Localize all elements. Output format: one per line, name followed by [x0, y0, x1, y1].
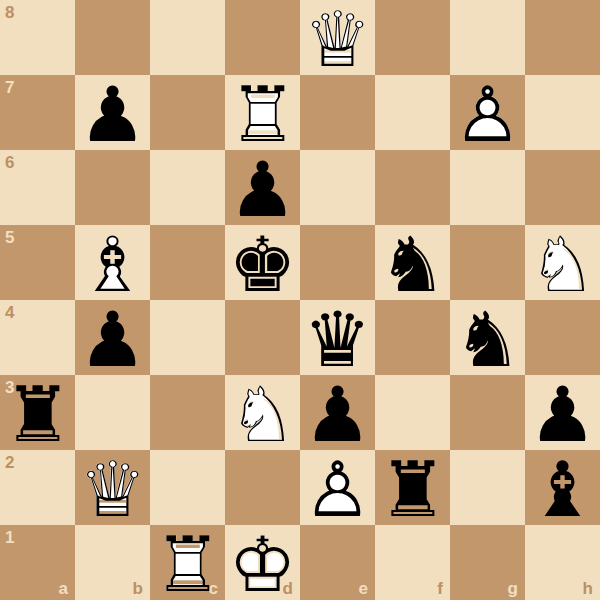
file-label-b: b	[133, 580, 143, 597]
square-a7[interactable]: 7	[0, 75, 75, 150]
square-f8[interactable]	[375, 0, 450, 75]
piece-outline-layer: ♙	[450, 77, 525, 152]
square-h8[interactable]	[525, 0, 600, 75]
piece-white-queen[interactable]: ♛♕	[75, 452, 150, 527]
square-b6[interactable]	[75, 150, 150, 225]
square-g6[interactable]	[450, 150, 525, 225]
square-c3[interactable]	[150, 375, 225, 450]
square-c8[interactable]	[150, 0, 225, 75]
piece-black-pawn[interactable]: ♟	[225, 152, 300, 227]
rank-label-1: 1	[5, 529, 14, 546]
square-e3[interactable]: ♟	[300, 375, 375, 450]
square-g3[interactable]	[450, 375, 525, 450]
square-f2[interactable]: ♜	[375, 450, 450, 525]
square-h7[interactable]	[525, 75, 600, 150]
square-f1[interactable]: f	[375, 525, 450, 600]
square-a8[interactable]: 8	[0, 0, 75, 75]
piece-white-king[interactable]: ♚♔	[225, 527, 300, 600]
piece-black-knight[interactable]: ♞	[375, 227, 450, 302]
chess-board: 8♛♕7♟♜♖♟♙6♟5♝♗♚♞♞♘4♟♛♞3♜♞♘♟♟2♛♕♟♙♜♝1abc♜…	[0, 0, 600, 600]
square-c1[interactable]: c♜♖	[150, 525, 225, 600]
square-e8[interactable]: ♛♕	[300, 0, 375, 75]
square-a6[interactable]: 6	[0, 150, 75, 225]
square-c6[interactable]	[150, 150, 225, 225]
square-g4[interactable]: ♞	[450, 300, 525, 375]
square-h1[interactable]: h	[525, 525, 600, 600]
square-g8[interactable]	[450, 0, 525, 75]
square-f7[interactable]	[375, 75, 450, 150]
square-b8[interactable]	[75, 0, 150, 75]
square-g5[interactable]	[450, 225, 525, 300]
square-c4[interactable]	[150, 300, 225, 375]
piece-black-pawn[interactable]: ♟	[525, 377, 600, 452]
rank-label-2: 2	[5, 454, 14, 471]
piece-white-pawn[interactable]: ♟♙	[300, 452, 375, 527]
piece-outline-layer: ♗	[75, 227, 150, 302]
square-d5[interactable]: ♚	[225, 225, 300, 300]
square-g7[interactable]: ♟♙	[450, 75, 525, 150]
piece-white-queen[interactable]: ♛♕	[300, 2, 375, 77]
square-h6[interactable]	[525, 150, 600, 225]
square-h2[interactable]: ♝	[525, 450, 600, 525]
piece-black-rook[interactable]: ♜	[375, 452, 450, 527]
piece-black-rook[interactable]: ♜	[0, 377, 75, 452]
square-g2[interactable]	[450, 450, 525, 525]
piece-black-king[interactable]: ♚	[225, 227, 300, 302]
square-b4[interactable]: ♟	[75, 300, 150, 375]
file-label-e: e	[359, 580, 368, 597]
piece-outline-layer: ♖	[225, 77, 300, 152]
piece-outline-layer: ♖	[150, 527, 225, 600]
file-label-a: a	[59, 580, 68, 597]
piece-outline-layer: ♕	[75, 452, 150, 527]
piece-black-pawn[interactable]: ♟	[300, 377, 375, 452]
square-c2[interactable]	[150, 450, 225, 525]
square-h4[interactable]	[525, 300, 600, 375]
rank-label-6: 6	[5, 154, 14, 171]
piece-outline-layer: ♙	[300, 452, 375, 527]
square-e4[interactable]: ♛	[300, 300, 375, 375]
file-label-g: g	[508, 580, 518, 597]
file-label-h: h	[583, 580, 593, 597]
square-b7[interactable]: ♟	[75, 75, 150, 150]
piece-black-bishop[interactable]: ♝	[525, 452, 600, 527]
square-d3[interactable]: ♞♘	[225, 375, 300, 450]
square-e2[interactable]: ♟♙	[300, 450, 375, 525]
piece-outline-layer: ♘	[525, 227, 600, 302]
rank-label-7: 7	[5, 79, 14, 96]
square-a4[interactable]: 4	[0, 300, 75, 375]
rank-label-8: 8	[5, 4, 14, 21]
square-b3[interactable]	[75, 375, 150, 450]
file-label-f: f	[437, 580, 443, 597]
piece-outline-layer: ♕	[300, 2, 375, 77]
square-d1[interactable]: d♚♔	[225, 525, 300, 600]
piece-outline-layer: ♘	[225, 377, 300, 452]
rank-label-4: 4	[5, 304, 14, 321]
square-a5[interactable]: 5	[0, 225, 75, 300]
square-d8[interactable]	[225, 0, 300, 75]
square-h5[interactable]: ♞♘	[525, 225, 600, 300]
rank-label-5: 5	[5, 229, 14, 246]
square-e5[interactable]	[300, 225, 375, 300]
square-d6[interactable]: ♟	[225, 150, 300, 225]
square-a1[interactable]: 1a	[0, 525, 75, 600]
square-f5[interactable]: ♞	[375, 225, 450, 300]
square-b2[interactable]: ♛♕	[75, 450, 150, 525]
piece-white-rook[interactable]: ♜♖	[150, 527, 225, 600]
square-e6[interactable]	[300, 150, 375, 225]
piece-white-rook[interactable]: ♜♖	[225, 77, 300, 152]
piece-black-pawn[interactable]: ♟	[75, 77, 150, 152]
square-f4[interactable]	[375, 300, 450, 375]
square-a3[interactable]: 3♜	[0, 375, 75, 450]
square-e7[interactable]	[300, 75, 375, 150]
piece-outline-layer: ♔	[225, 527, 300, 600]
piece-white-bishop[interactable]: ♝♗	[75, 227, 150, 302]
square-b5[interactable]: ♝♗	[75, 225, 150, 300]
piece-white-knight[interactable]: ♞♘	[525, 227, 600, 302]
square-f3[interactable]	[375, 375, 450, 450]
piece-black-pawn[interactable]: ♟	[75, 302, 150, 377]
square-e1[interactable]: e	[300, 525, 375, 600]
square-c7[interactable]	[150, 75, 225, 150]
square-c5[interactable]	[150, 225, 225, 300]
square-h3[interactable]: ♟	[525, 375, 600, 450]
piece-white-pawn[interactable]: ♟♙	[450, 77, 525, 152]
piece-black-queen[interactable]: ♛	[300, 302, 375, 377]
piece-black-knight[interactable]: ♞	[450, 302, 525, 377]
piece-white-knight[interactable]: ♞♘	[225, 377, 300, 452]
square-d7[interactable]: ♜♖	[225, 75, 300, 150]
square-d2[interactable]	[225, 450, 300, 525]
square-b1[interactable]: b	[75, 525, 150, 600]
square-f6[interactable]	[375, 150, 450, 225]
square-d4[interactable]	[225, 300, 300, 375]
square-a2[interactable]: 2	[0, 450, 75, 525]
square-g1[interactable]: g	[450, 525, 525, 600]
